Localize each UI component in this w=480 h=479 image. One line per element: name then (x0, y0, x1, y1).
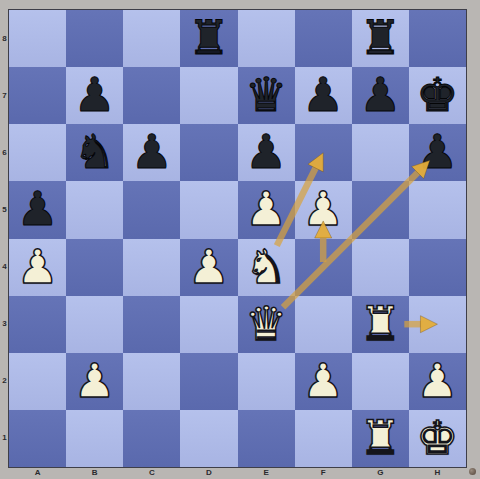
square-a2[interactable] (9, 353, 66, 410)
piece-white-pawn-a4[interactable]: ♟ (9, 238, 66, 295)
piece-black-pawn-h6[interactable]: ♟ (409, 123, 466, 180)
chess-board-window: ♜♜♟♛♟♟♚♞♟♟♟♟♟♟♟♟♞♛♜♟♟♟♜♚ 87654321ABCDEFG… (0, 0, 480, 479)
file-label-a: A (32, 468, 44, 478)
piece-black-pawn-b7[interactable]: ♟ (66, 66, 123, 123)
square-h5[interactable] (409, 181, 466, 238)
piece-white-pawn-f5[interactable]: ♟ (295, 180, 352, 237)
square-e1[interactable] (238, 410, 295, 467)
watermark-dot (469, 468, 476, 475)
square-h3[interactable] (409, 296, 466, 353)
file-label-f: F (317, 468, 329, 478)
square-c8[interactable] (123, 10, 180, 67)
square-d7[interactable] (180, 67, 237, 124)
square-b3[interactable] (66, 296, 123, 353)
rank-label-1: 1 (0, 433, 9, 443)
piece-white-knight-e4[interactable]: ♞ (238, 238, 295, 295)
square-e8[interactable] (238, 10, 295, 67)
rank-label-2: 2 (0, 376, 9, 386)
square-g6[interactable] (352, 124, 409, 181)
piece-black-knight-b6[interactable]: ♞ (66, 123, 123, 180)
square-h8[interactable] (409, 10, 466, 67)
piece-white-pawn-f2[interactable]: ♟ (295, 352, 352, 409)
chess-board: ♜♜♟♛♟♟♚♞♟♟♟♟♟♟♟♟♞♛♜♟♟♟♜♚ (9, 10, 466, 467)
square-a6[interactable] (9, 124, 66, 181)
file-label-c: C (146, 468, 158, 478)
rank-label-8: 8 (0, 34, 9, 44)
square-g4[interactable] (352, 239, 409, 296)
square-c4[interactable] (123, 239, 180, 296)
square-a7[interactable] (9, 67, 66, 124)
square-d3[interactable] (180, 296, 237, 353)
square-c3[interactable] (123, 296, 180, 353)
piece-black-pawn-a5[interactable]: ♟ (9, 180, 66, 237)
square-f6[interactable] (295, 124, 352, 181)
square-h4[interactable] (409, 239, 466, 296)
piece-black-pawn-e6[interactable]: ♟ (238, 123, 295, 180)
square-c1[interactable] (123, 410, 180, 467)
piece-black-pawn-g7[interactable]: ♟ (352, 66, 409, 123)
square-d2[interactable] (180, 353, 237, 410)
piece-white-pawn-d4[interactable]: ♟ (180, 238, 237, 295)
piece-white-pawn-b2[interactable]: ♟ (66, 352, 123, 409)
square-a3[interactable] (9, 296, 66, 353)
piece-black-pawn-f7[interactable]: ♟ (295, 66, 352, 123)
square-c5[interactable] (123, 181, 180, 238)
piece-white-rook-g1[interactable]: ♜ (352, 409, 409, 466)
piece-white-pawn-h2[interactable]: ♟ (409, 352, 466, 409)
square-b8[interactable] (66, 10, 123, 67)
square-f4[interactable] (295, 239, 352, 296)
piece-black-rook-g8[interactable]: ♜ (352, 9, 409, 66)
square-a8[interactable] (9, 10, 66, 67)
square-f8[interactable] (295, 10, 352, 67)
piece-white-pawn-e5[interactable]: ♟ (238, 180, 295, 237)
piece-black-queen-e7[interactable]: ♛ (238, 66, 295, 123)
piece-white-rook-g3[interactable]: ♜ (352, 295, 409, 352)
square-f3[interactable] (295, 296, 352, 353)
square-f1[interactable] (295, 410, 352, 467)
rank-label-4: 4 (0, 262, 9, 272)
square-a1[interactable] (9, 410, 66, 467)
square-b5[interactable] (66, 181, 123, 238)
file-label-g: G (374, 468, 386, 478)
square-c7[interactable] (123, 67, 180, 124)
square-g5[interactable] (352, 181, 409, 238)
square-c2[interactable] (123, 353, 180, 410)
rank-label-3: 3 (0, 319, 9, 329)
piece-black-king-h7[interactable]: ♚ (409, 66, 466, 123)
piece-white-queen-e3[interactable]: ♛ (238, 295, 295, 352)
piece-black-rook-d8[interactable]: ♜ (180, 9, 237, 66)
square-d6[interactable] (180, 124, 237, 181)
square-g2[interactable] (352, 353, 409, 410)
piece-white-king-h1[interactable]: ♚ (409, 409, 466, 466)
file-label-d: D (203, 468, 215, 478)
rank-label-7: 7 (0, 91, 9, 101)
rank-label-6: 6 (0, 148, 9, 158)
file-label-e: E (260, 468, 272, 478)
square-b1[interactable] (66, 410, 123, 467)
rank-label-5: 5 (0, 205, 9, 215)
file-label-b: B (89, 468, 101, 478)
square-e2[interactable] (238, 353, 295, 410)
square-d5[interactable] (180, 181, 237, 238)
file-label-h: H (431, 468, 443, 478)
piece-black-pawn-c6[interactable]: ♟ (123, 123, 180, 180)
square-b4[interactable] (66, 239, 123, 296)
square-d1[interactable] (180, 410, 237, 467)
